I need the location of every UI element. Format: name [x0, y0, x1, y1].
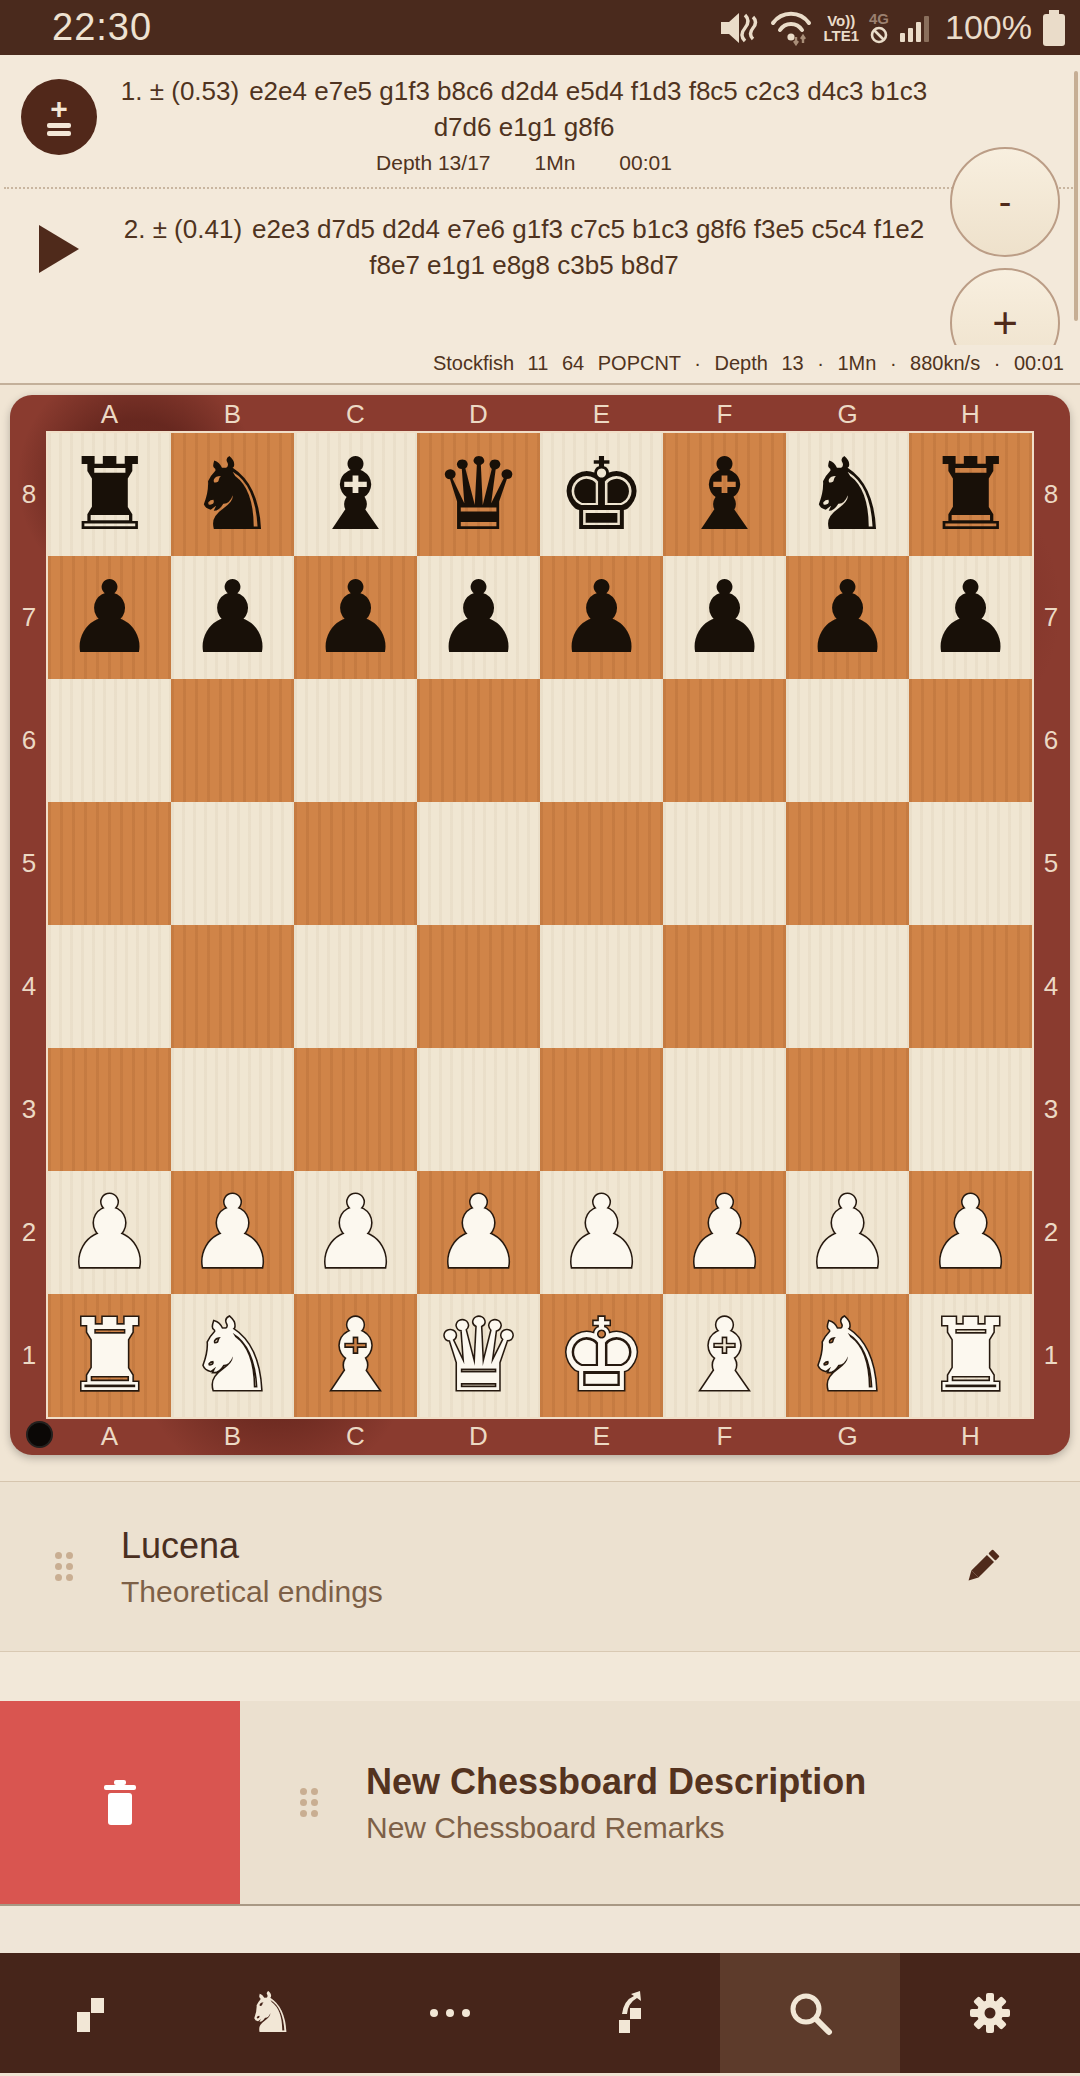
rank-labels-right: 87654321: [1032, 433, 1070, 1417]
square-f4[interactable]: [663, 925, 786, 1048]
square-c7[interactable]: ♟: [294, 556, 417, 679]
status-bar: 22:30 Vo)) LTE1 4G: [0, 0, 1080, 55]
spacer: [0, 1651, 1080, 1701]
piece-white-rook: ♜: [926, 1306, 1016, 1406]
side-to-move-indicator: [26, 1421, 53, 1448]
piece-white-queen: ♛: [434, 1306, 524, 1406]
square-b1[interactable]: ♞: [171, 1294, 294, 1417]
square-e3[interactable]: [540, 1048, 663, 1171]
piece-white-rook: ♜: [65, 1306, 155, 1406]
volte-indicator: Vo)) LTE1: [823, 13, 859, 43]
square-d3[interactable]: [417, 1048, 540, 1171]
spacer: [0, 1906, 1080, 1953]
piece-white-bishop: ♝: [311, 1306, 401, 1406]
square-g8[interactable]: ♞: [786, 433, 909, 556]
square-c4[interactable]: [294, 925, 417, 1048]
square-d2[interactable]: ♟: [417, 1171, 540, 1294]
piece-white-pawn: ♟: [434, 1183, 524, 1283]
piece-white-pawn: ♟: [803, 1183, 893, 1283]
piece-white-king: ♚: [557, 1306, 647, 1406]
list-item-new-chessboard[interactable]: New Chessboard Description New Chessboar…: [0, 1701, 1080, 1906]
engine-analysis-panel: + 1. ± (0.53)e2e4 e7e5 g1f3 b8c6 d2d4 e5…: [0, 55, 1080, 385]
square-g3[interactable]: [786, 1048, 909, 1171]
board-section: ABCDEFGH 87654321 ♜♞♝♛♚♝♞♜♟♟♟♟♟♟♟♟♟♟♟♟♟♟…: [0, 385, 1080, 1455]
square-d8[interactable]: ♛: [417, 433, 540, 556]
piece-black-pawn: ♟: [680, 568, 770, 668]
battery-icon: [1042, 9, 1066, 47]
piece-white-knight: ♞: [803, 1306, 893, 1406]
square-h8[interactable]: ♜: [909, 433, 1032, 556]
square-g7[interactable]: ♟: [786, 556, 909, 679]
piece-black-bishop: ♝: [311, 445, 401, 545]
piece-white-pawn: ♟: [311, 1183, 401, 1283]
square-d7[interactable]: ♟: [417, 556, 540, 679]
file-labels-top: ABCDEFGH: [48, 395, 1032, 433]
square-c5[interactable]: [294, 802, 417, 925]
piece-white-bishop: ♝: [680, 1306, 770, 1406]
item-subtitle: New Chessboard Remarks: [366, 1811, 866, 1845]
square-f8[interactable]: ♝: [663, 433, 786, 556]
piece-black-pawn: ♟: [188, 568, 278, 668]
piece-white-pawn: ♟: [926, 1183, 1016, 1283]
item-title: New Chessboard Description: [366, 1761, 866, 1803]
gear-icon: [966, 1989, 1014, 2037]
square-e4[interactable]: [540, 925, 663, 1048]
square-e2[interactable]: ♟: [540, 1171, 663, 1294]
square-b3[interactable]: [171, 1048, 294, 1171]
delete-button[interactable]: [0, 1701, 240, 1904]
engine-line-1-moves: 1. ± (0.53)e2e4 e7e5 g1f3 b8c6 d2d4 e5d4…: [118, 73, 930, 145]
play-icon[interactable]: [39, 225, 79, 273]
drag-handle-icon[interactable]: [300, 1788, 318, 1817]
square-c1[interactable]: ♝: [294, 1294, 417, 1417]
file-labels-bottom: ABCDEFGH: [48, 1417, 1032, 1455]
rank-labels-left: 87654321: [10, 433, 48, 1417]
square-d4[interactable]: [417, 925, 540, 1048]
square-e6[interactable]: [540, 679, 663, 802]
square-b7[interactable]: ♟: [171, 556, 294, 679]
knight-icon: ♞: [245, 1985, 295, 2041]
piece-black-queen: ♛: [434, 445, 524, 545]
square-g1[interactable]: ♞: [786, 1294, 909, 1417]
square-c8[interactable]: ♝: [294, 433, 417, 556]
engine-line-1-stats: Depth 13/171Mn00:01: [118, 151, 930, 175]
clock: 22:30: [52, 6, 152, 49]
spacer: [0, 1455, 1080, 1481]
piece-black-pawn: ♟: [557, 568, 647, 668]
square-b6[interactable]: [171, 679, 294, 802]
piece-black-king: ♚: [557, 445, 647, 545]
square-a6[interactable]: [48, 679, 171, 802]
eval-badge-icon[interactable]: +: [21, 79, 97, 155]
scrollbar[interactable]: [1074, 71, 1078, 321]
signal-bars-icon: [899, 13, 935, 43]
square-h4[interactable]: [909, 925, 1032, 1048]
board-fragment-icon: [67, 1990, 113, 2036]
nav-more-button[interactable]: [360, 1953, 540, 2073]
square-g6[interactable]: [786, 679, 909, 802]
square-b4[interactable]: [171, 925, 294, 1048]
piece-black-bishop: ♝: [680, 445, 770, 545]
square-h1[interactable]: ♜: [909, 1294, 1032, 1417]
square-h7[interactable]: ♟: [909, 556, 1032, 679]
square-a3[interactable]: [48, 1048, 171, 1171]
square-d1[interactable]: ♛: [417, 1294, 540, 1417]
engine-line-1[interactable]: + 1. ± (0.53)e2e4 e7e5 g1f3 b8c6 d2d4 e5…: [0, 55, 1080, 175]
mute-vibrate-icon: [719, 11, 759, 45]
4g-restricted-icon: 4G: [869, 11, 889, 44]
piece-white-pawn: ♟: [680, 1183, 770, 1283]
square-g5[interactable]: [786, 802, 909, 925]
piece-black-pawn: ♟: [434, 568, 524, 668]
square-h2[interactable]: ♟: [909, 1171, 1032, 1294]
square-f1[interactable]: ♝: [663, 1294, 786, 1417]
square-c2[interactable]: ♟: [294, 1171, 417, 1294]
nav-settings-button[interactable]: [900, 1953, 1080, 2073]
square-h5[interactable]: [909, 802, 1032, 925]
squares-grid: ♜♞♝♛♚♝♞♜♟♟♟♟♟♟♟♟♟♟♟♟♟♟♟♟♜♞♝♛♚♝♞♜: [48, 433, 1032, 1417]
piece-black-pawn: ♟: [311, 568, 401, 668]
square-a1[interactable]: ♜: [48, 1294, 171, 1417]
square-b2[interactable]: ♟: [171, 1171, 294, 1294]
square-a2[interactable]: ♟: [48, 1171, 171, 1294]
piece-black-pawn: ♟: [926, 568, 1016, 668]
square-g2[interactable]: ♟: [786, 1171, 909, 1294]
square-e5[interactable]: [540, 802, 663, 925]
square-a4[interactable]: [48, 925, 171, 1048]
list-item-lucena[interactable]: Lucena Theoretical endings: [0, 1481, 1080, 1651]
engine-line-2-moves: 2. ± (0.41)e2e3 d7d5 d2d4 e7e6 g1f3 c7c5…: [118, 211, 930, 283]
square-f2[interactable]: ♟: [663, 1171, 786, 1294]
square-d6[interactable]: [417, 679, 540, 802]
chess-board: ABCDEFGH 87654321 ♜♞♝♛♚♝♞♜♟♟♟♟♟♟♟♟♟♟♟♟♟♟…: [10, 395, 1070, 1455]
square-f7[interactable]: ♟: [663, 556, 786, 679]
battery-percent: 100%: [945, 8, 1032, 47]
square-d5[interactable]: [417, 802, 540, 925]
trash-icon: [98, 1779, 142, 1827]
item-title: Lucena: [121, 1525, 383, 1567]
move-arrow-icon: [606, 1988, 654, 2038]
engine-status-text: Stockfish 11 64 POPCNT · Depth 13 · 1Mn …: [0, 345, 1080, 383]
piece-black-knight: ♞: [803, 445, 893, 545]
square-e7[interactable]: ♟: [540, 556, 663, 679]
piece-white-pawn: ♟: [557, 1183, 647, 1283]
square-h3[interactable]: [909, 1048, 1032, 1171]
piece-white-pawn: ♟: [188, 1183, 278, 1283]
square-c6[interactable]: [294, 679, 417, 802]
drag-handle-icon[interactable]: [55, 1552, 73, 1581]
square-a5[interactable]: [48, 802, 171, 925]
nav-pieces-button[interactable]: ♞: [180, 1953, 360, 2073]
search-icon: [785, 1988, 835, 2038]
square-e1[interactable]: ♚: [540, 1294, 663, 1417]
edit-pencil-icon[interactable]: [958, 1543, 1006, 1591]
square-a7[interactable]: ♟: [48, 556, 171, 679]
square-b8[interactable]: ♞: [171, 433, 294, 556]
square-h6[interactable]: [909, 679, 1032, 802]
piece-black-knight: ♞: [188, 445, 278, 545]
square-a8[interactable]: ♜: [48, 433, 171, 556]
nav-moves-button[interactable]: [540, 1953, 720, 2073]
square-f5[interactable]: [663, 802, 786, 925]
square-c3[interactable]: [294, 1048, 417, 1171]
piece-black-rook: ♜: [65, 445, 155, 545]
engine-line-2[interactable]: 2. ± (0.41)e2e3 d7d5 d2d4 e7e6 g1f3 c7c5…: [0, 193, 1080, 283]
item-subtitle: Theoretical endings: [121, 1575, 383, 1609]
bottom-nav-bar: ♞: [0, 1953, 1080, 2073]
square-f6[interactable]: [663, 679, 786, 802]
nav-position-button[interactable]: [0, 1953, 180, 2073]
nav-search-button[interactable]: [720, 1953, 900, 2073]
more-dots-icon: [428, 2007, 472, 2019]
dotted-divider: [4, 187, 1076, 189]
piece-black-pawn: ♟: [65, 568, 155, 668]
piece-black-pawn: ♟: [803, 568, 893, 668]
square-f3[interactable]: [663, 1048, 786, 1171]
piece-black-rook: ♜: [926, 445, 1016, 545]
square-b5[interactable]: [171, 802, 294, 925]
wifi-icon: [769, 10, 813, 46]
square-e8[interactable]: ♚: [540, 433, 663, 556]
decrease-lines-button[interactable]: -: [950, 147, 1060, 257]
square-g4[interactable]: [786, 925, 909, 1048]
piece-white-pawn: ♟: [65, 1183, 155, 1283]
piece-white-knight: ♞: [188, 1306, 278, 1406]
